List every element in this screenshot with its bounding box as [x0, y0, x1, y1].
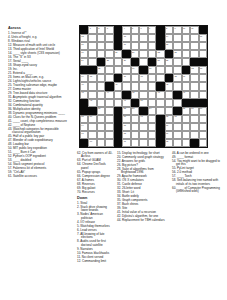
cell-r12c15[interactable] [199, 115, 207, 123]
cell-r3c3[interactable] [97, 42, 105, 50]
clue-number: 6 [141, 27, 142, 30]
cell-r8c14[interactable] [190, 82, 198, 90]
cell-r12c11[interactable]: 62 [165, 115, 173, 123]
black-cell [80, 139, 88, 147]
cell-r15c9[interactable] [148, 139, 156, 147]
black-cell [156, 26, 164, 34]
cell-r12c4[interactable] [105, 115, 113, 123]
cell-r14c13[interactable] [182, 131, 190, 139]
cell-r14c3[interactable] [97, 131, 105, 139]
cell-r12c9[interactable] [148, 115, 156, 123]
black-cell [80, 107, 88, 115]
cell-r9c5[interactable] [114, 91, 122, 99]
cell-r15c13[interactable] [182, 139, 190, 147]
cell-r11c11[interactable] [165, 107, 173, 115]
cell-r10c6[interactable]: 49 [122, 99, 130, 107]
cell-r5c6[interactable]: 26 [122, 58, 130, 66]
cell-r2c7[interactable] [131, 34, 139, 42]
cell-r3c7[interactable] [131, 42, 139, 50]
cell-r4c15[interactable] [199, 50, 207, 58]
cell-r5c1[interactable]: 24 [80, 58, 88, 66]
clue-number: 49 [124, 99, 126, 102]
clue-number: 10 [183, 27, 185, 30]
down-clue-44: 44. Replacement for TBH calendars [117, 219, 166, 222]
cell-r6c5[interactable] [114, 66, 122, 74]
clue-number: 37 [141, 75, 143, 78]
cell-r7c3[interactable] [97, 74, 105, 82]
clue-number: 60 [124, 115, 126, 118]
clue-number: 56 [191, 107, 193, 110]
black-cell [122, 50, 130, 58]
cell-r13c9[interactable] [148, 123, 156, 131]
clue-number: 5 [132, 27, 133, 30]
cell-r15c7[interactable] [131, 139, 139, 147]
clue-number: 17 [124, 43, 126, 46]
down-clue-12: 12. Commanding limit [77, 260, 114, 263]
cell-r13c11[interactable]: 66 [165, 123, 173, 131]
clue-number: 14 [166, 35, 168, 38]
crossword-grid: 1234567891011121314151617181920212223242… [79, 25, 208, 148]
clue-number: 33 [200, 67, 202, 70]
black-cell [156, 123, 164, 131]
cell-r1c9[interactable]: 7 [148, 26, 156, 34]
cell-r13c4[interactable] [105, 123, 113, 131]
clue-number: 67 [81, 132, 83, 135]
cell-r9c14[interactable] [190, 91, 198, 99]
cell-r8c13[interactable] [182, 82, 190, 90]
across-clues-column: Across 1. Inverse of *4. Units of height… [8, 26, 70, 179]
cell-r1c12[interactable]: 9 [173, 26, 181, 34]
cell-r6c3[interactable]: 29 [97, 66, 105, 74]
cell-r4c13[interactable] [182, 50, 190, 58]
cell-r14c1[interactable]: 67 [80, 131, 88, 139]
cell-r14c6[interactable]: 68 [122, 131, 130, 139]
black-cell [156, 34, 164, 42]
cell-r7c2[interactable]: 35 [88, 74, 96, 82]
cell-r13c2[interactable] [88, 123, 96, 131]
clue-number: 1 [90, 27, 91, 30]
cell-r4c8[interactable] [139, 50, 147, 58]
cell-r10c9[interactable] [148, 99, 156, 107]
black-cell [156, 115, 164, 123]
cell-r5c10[interactable]: 27 [156, 58, 164, 66]
cell-r7c7[interactable] [131, 74, 139, 82]
cell-r7c4[interactable] [105, 74, 113, 82]
cell-r6c12[interactable] [173, 66, 181, 74]
cell-r11c13[interactable]: 55 [182, 107, 190, 115]
cell-r5c13[interactable] [182, 58, 190, 66]
clue-number: 24 [81, 59, 83, 62]
clue-number: 53 [132, 107, 134, 110]
clues-column-3: 15. Display technology, for short20. Com… [117, 152, 166, 223]
clue-number: 15 [200, 35, 202, 38]
cell-r12c6[interactable]: 60 [122, 115, 130, 123]
cell-r12c1[interactable]: 58 [80, 115, 88, 123]
cell-r8c11[interactable]: 42 [165, 82, 173, 90]
clue-number: 2 [98, 27, 99, 30]
cell-r2c11[interactable]: 14 [165, 34, 173, 42]
clue-number: 7 [149, 27, 150, 30]
black-cell [156, 82, 164, 90]
cell-r1c13[interactable]: 10 [182, 26, 190, 34]
cell-r13c12[interactable] [173, 123, 181, 131]
cell-r3c1[interactable]: 16 [80, 42, 88, 50]
cell-r9c15[interactable] [199, 91, 207, 99]
clue-number: 48 [90, 99, 92, 102]
clues-column-4: 46. A can be ordered in one49. ____ form… [172, 152, 225, 194]
cell-r8c2[interactable] [88, 82, 96, 90]
cell-r3c2[interactable] [88, 42, 96, 50]
cell-r13c13[interactable] [182, 123, 190, 131]
black-cell [165, 74, 173, 82]
cell-r4c10[interactable]: 22 [156, 50, 164, 58]
cell-r2c3[interactable] [97, 34, 105, 42]
clue-number: 36 [124, 75, 126, 78]
cell-r3c11[interactable]: 18 [165, 42, 173, 50]
cell-r15c8[interactable] [139, 139, 147, 147]
cell-r3c9[interactable] [148, 42, 156, 50]
clue-number: 22 [157, 51, 159, 54]
down-clue-60: 60. ____ of Computer Programming (unfini… [172, 187, 225, 194]
cell-r13c15[interactable] [199, 123, 207, 131]
cell-r15c12[interactable] [173, 139, 181, 147]
cell-r12c14[interactable] [190, 115, 198, 123]
clue-number: 9 [174, 27, 175, 30]
cell-r1c3[interactable]: 2 [97, 26, 105, 34]
cell-r10c5[interactable] [114, 99, 122, 107]
cell-r9c13[interactable]: 47 [182, 91, 190, 99]
clue-number: 31 [149, 67, 151, 70]
cell-r10c10[interactable] [156, 99, 164, 107]
cell-r7c8[interactable]: 37 [139, 74, 147, 82]
black-cell [114, 34, 122, 42]
black-cell [148, 58, 156, 66]
cell-r15c4[interactable] [105, 139, 113, 147]
clue-number: 27 [157, 59, 159, 62]
cell-r6c15[interactable]: 33 [199, 66, 207, 74]
cell-r9c7[interactable]: 45 [131, 91, 139, 99]
clue-number: 46 [157, 91, 159, 94]
clue-number: 41 [115, 83, 117, 86]
cell-r9c9[interactable] [148, 91, 156, 99]
clue-number: 58 [81, 115, 83, 118]
black-cell [199, 99, 207, 107]
across-clue-list: 1. Inverse of *4. Units of height, e.g.8… [8, 32, 70, 179]
cell-r11c6[interactable]: 52 [122, 107, 130, 115]
cell-r2c4[interactable] [105, 34, 113, 42]
cell-r1c2[interactable]: 1 [88, 26, 96, 34]
cell-r12c12[interactable]: 63 [173, 115, 181, 123]
cell-r9c11[interactable] [165, 91, 173, 99]
black-cell [182, 99, 190, 107]
clue-number: 26 [124, 59, 126, 62]
cell-r10c12[interactable] [173, 99, 181, 107]
clue-number: 35 [90, 75, 92, 78]
cell-r9c3[interactable] [97, 91, 105, 99]
cell-r8c8[interactable] [139, 82, 147, 90]
cell-r13c6[interactable]: 65 [122, 123, 130, 131]
cell-r6c4[interactable] [105, 66, 113, 74]
cell-r1c6[interactable]: 4 [122, 26, 130, 34]
cell-r3c13[interactable] [182, 42, 190, 50]
cell-r7c9[interactable] [148, 74, 156, 82]
clue-number: 63 [174, 115, 176, 118]
cell-r2c13[interactable] [182, 34, 190, 42]
cell-r6c10[interactable] [156, 66, 164, 74]
black-cell [190, 99, 198, 107]
cell-r3c6[interactable]: 17 [122, 42, 130, 50]
clues-column-2: 62. Cry from owners of 40-Across63. Part… [77, 152, 114, 264]
cell-r8c7[interactable] [131, 82, 139, 90]
cell-r3c8[interactable] [139, 42, 147, 50]
cell-r7c10[interactable] [156, 74, 164, 82]
clue-number: 12 [81, 35, 83, 38]
clue-number: 19 [81, 51, 83, 54]
black-cell [114, 42, 122, 50]
cell-r10c11[interactable] [165, 99, 173, 107]
clue-number: 52 [124, 107, 126, 110]
down-clue-list-cont: 15. Display technology, for short20. Com… [117, 152, 166, 223]
cell-r14c4[interactable] [105, 131, 113, 139]
cell-r10c4[interactable] [105, 99, 113, 107]
cell-r10c8[interactable]: 50 [139, 99, 147, 107]
cell-r12c8[interactable]: 61 [139, 115, 147, 123]
clue-number: 72 [166, 140, 168, 143]
clue-number: 59 [90, 115, 92, 118]
black-cell [199, 58, 207, 66]
cell-r8c3[interactable] [97, 82, 105, 90]
cell-r4c4[interactable] [105, 50, 113, 58]
cell-r3c15[interactable] [199, 42, 207, 50]
black-cell [182, 66, 190, 74]
cell-r5c4[interactable]: 25 [105, 58, 113, 66]
cell-r4c1[interactable]: 19 [80, 50, 88, 58]
clue-number: 42 [166, 83, 168, 86]
cell-r3c12[interactable] [173, 42, 181, 50]
cell-r13c8[interactable] [139, 123, 147, 131]
cell-r10c3[interactable] [97, 99, 105, 107]
cell-r9c2[interactable] [88, 91, 96, 99]
clue-number: 68 [124, 132, 126, 135]
clue-number: 65 [124, 124, 126, 127]
clue-number: 34 [81, 75, 83, 78]
cell-r12c7[interactable] [131, 115, 139, 123]
cell-r6c9[interactable]: 31 [148, 66, 156, 74]
cell-r14c7[interactable] [131, 131, 139, 139]
clue-number: 8 [166, 27, 167, 30]
cell-r4c12[interactable]: 23 [173, 50, 181, 58]
cell-r15c11[interactable]: 72 [165, 139, 173, 147]
black-cell [131, 58, 139, 66]
clue-number: 25 [107, 59, 109, 62]
cell-r2c2[interactable] [88, 34, 96, 42]
cell-r13c14[interactable] [190, 123, 198, 131]
cell-r11c4[interactable] [105, 107, 113, 115]
clue-number: 40 [81, 83, 83, 86]
cell-r4c14[interactable] [190, 50, 198, 58]
cell-r9c4[interactable]: 44 [105, 91, 113, 99]
cell-r4c5[interactable]: 20 [114, 50, 122, 58]
cell-r12c2[interactable]: 59 [88, 115, 96, 123]
cell-r4c3[interactable] [97, 50, 105, 58]
cell-r8c1[interactable]: 40 [80, 82, 88, 90]
cell-r14c14[interactable] [190, 131, 198, 139]
black-cell [173, 91, 181, 99]
cell-r4c9[interactable] [148, 50, 156, 58]
cell-r2c14[interactable] [190, 34, 198, 42]
black-cell [139, 66, 147, 74]
cell-r2c1[interactable]: 12 [80, 34, 88, 42]
cell-r10c2[interactable]: 48 [88, 99, 96, 107]
clue-number: 3 [107, 27, 108, 30]
clue-number: 50 [141, 99, 143, 102]
black-cell [80, 26, 88, 34]
cell-r3c4[interactable] [105, 42, 113, 50]
cell-r11c10[interactable] [156, 107, 164, 115]
down-clue-list-end: 46. A can be ordered in one49. ____ form… [172, 152, 225, 194]
cell-r14c15[interactable] [199, 131, 207, 139]
cell-r8c5[interactable]: 41 [114, 82, 122, 90]
clue-number: 32 [191, 67, 193, 70]
black-cell [156, 139, 164, 147]
clue-number: 23 [174, 51, 176, 54]
cell-r4c7[interactable]: 21 [131, 50, 139, 58]
clue-number: 66 [166, 124, 168, 127]
cell-r11c7[interactable]: 53 [131, 107, 139, 115]
clue-number: 13 [124, 35, 126, 38]
clue-number: 44 [107, 91, 109, 94]
clue-number: 4 [124, 27, 125, 30]
black-cell [114, 74, 122, 82]
clue-number: 39 [183, 75, 185, 78]
cell-r12c13[interactable] [182, 115, 190, 123]
black-cell [190, 58, 198, 66]
cell-r2c6[interactable]: 13 [122, 34, 130, 42]
cell-r7c14[interactable] [190, 74, 198, 82]
clue-number: 55 [183, 107, 185, 110]
cell-r13c1[interactable]: 64 [80, 123, 88, 131]
cell-r13c3[interactable] [97, 123, 105, 131]
black-cell [156, 42, 164, 50]
black-cell [114, 26, 122, 34]
cell-r2c12[interactable] [173, 34, 181, 42]
black-cell [139, 107, 147, 115]
clue-number: 71 [124, 140, 126, 143]
cell-r11c14[interactable]: 56 [190, 107, 198, 115]
cell-r15c6[interactable]: 71 [122, 139, 130, 147]
cell-r14c8[interactable] [139, 131, 147, 139]
clue-number: 45 [132, 91, 134, 94]
down-clue-list: 1. Steal2. Stack drive showing lower bra… [77, 202, 114, 263]
cell-r5c8[interactable] [139, 58, 147, 66]
cell-r8c12[interactable] [173, 82, 181, 90]
cell-r15c2[interactable]: 70 [88, 139, 96, 147]
cell-r11c3[interactable]: 51 [97, 107, 105, 115]
clue-number: 47 [183, 91, 185, 94]
cell-r5c12[interactable] [173, 58, 181, 66]
cell-r5c2[interactable] [88, 58, 96, 66]
cell-r12c3[interactable] [97, 115, 105, 123]
black-cell [105, 82, 113, 90]
clue-number: 51 [98, 107, 100, 110]
clue-number: 62 [166, 115, 168, 118]
black-cell [97, 58, 105, 66]
clue-number: 57 [200, 107, 202, 110]
cell-r9c10[interactable]: 46 [156, 91, 164, 99]
across-clue-list-cont: 62. Cry from owners of 40-Across63. Part… [77, 152, 114, 194]
black-cell [199, 26, 207, 34]
cell-r4c2[interactable] [88, 50, 96, 58]
black-cell [156, 131, 164, 139]
black-cell [80, 66, 88, 74]
cell-r8c6[interactable] [122, 82, 130, 90]
clue-number: 61 [141, 115, 143, 118]
cell-r14c12[interactable] [173, 131, 181, 139]
cell-r1c4[interactable]: 3 [105, 26, 113, 34]
clue-number: 43 [81, 91, 83, 94]
cell-r6c14[interactable]: 32 [190, 66, 198, 74]
cell-r9c8[interactable] [139, 91, 147, 99]
cell-r1c11[interactable]: 8 [165, 26, 173, 34]
black-cell [114, 115, 122, 123]
black-cell [122, 91, 130, 99]
cell-r5c11[interactable]: 28 [165, 58, 173, 66]
black-cell [114, 107, 122, 115]
cell-r1c7[interactable]: 5 [131, 26, 139, 34]
clue-number: 29 [98, 67, 100, 70]
down-clue-8: 8. Audits used for first doctoral satell… [77, 240, 114, 247]
cell-r8c9[interactable] [148, 82, 156, 90]
cell-r2c8[interactable] [139, 34, 147, 42]
black-cell [88, 66, 96, 74]
cell-r5c5[interactable] [114, 58, 122, 66]
cell-r15c15[interactable] [199, 139, 207, 147]
cell-r7c13[interactable]: 39 [182, 74, 190, 82]
cell-r6c7[interactable]: 30 [131, 66, 139, 74]
clue-number: 11 [191, 27, 193, 30]
cell-r11c9[interactable]: 54 [148, 107, 156, 115]
cell-r2c15[interactable]: 15 [199, 34, 207, 42]
cell-r14c11[interactable]: 69 [165, 131, 173, 139]
cell-r7c12[interactable]: 38 [173, 74, 181, 82]
clue-number: 64 [81, 124, 83, 127]
cell-r3c14[interactable] [190, 42, 198, 50]
cell-r2c9[interactable] [148, 34, 156, 42]
cell-r14c9[interactable] [148, 131, 156, 139]
cell-r1c8[interactable]: 6 [139, 26, 147, 34]
clue-number: 16 [81, 43, 83, 46]
cell-r8c15[interactable] [199, 82, 207, 90]
cell-r6c11[interactable] [165, 66, 173, 74]
across-header: Across [8, 26, 70, 31]
cell-r1c14[interactable]: 11 [190, 26, 198, 34]
clue-number: 21 [132, 51, 134, 54]
cell-r7c1[interactable]: 34 [80, 74, 88, 82]
across-clue-70: 70. Recurses [77, 191, 114, 194]
cell-r15c3[interactable] [97, 139, 105, 147]
cell-r14c2[interactable] [88, 131, 96, 139]
cell-r6c6[interactable] [122, 66, 130, 74]
black-cell [80, 99, 88, 107]
clue-number: 20 [115, 51, 117, 54]
cell-r11c15[interactable]: 57 [199, 107, 207, 115]
cell-r7c6[interactable]: 36 [122, 74, 130, 82]
cell-r7c15[interactable] [199, 74, 207, 82]
black-cell [88, 107, 96, 115]
cell-r13c7[interactable] [131, 123, 139, 131]
black-cell [190, 139, 198, 147]
cell-r9c1[interactable]: 43 [80, 91, 88, 99]
